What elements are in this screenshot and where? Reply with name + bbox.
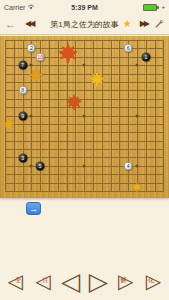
board-cell[interactable]: [155, 74, 164, 82]
board-cell[interactable]: [67, 166, 76, 174]
black-stone-move-9: 9: [18, 111, 27, 120]
board-cell[interactable]: [93, 132, 102, 140]
board-cell[interactable]: [128, 132, 137, 140]
board-cell[interactable]: [102, 141, 111, 149]
board-cell[interactable]: [31, 82, 40, 90]
board-cell[interactable]: [23, 99, 32, 107]
board-cell[interactable]: [146, 82, 155, 90]
board-cell[interactable]: [137, 90, 146, 98]
board-cell[interactable]: [58, 132, 67, 140]
next-variation-label: 化: [148, 276, 154, 285]
board-cell[interactable]: [14, 174, 23, 182]
board-cell[interactable]: [102, 57, 111, 65]
board-cell[interactable]: [155, 116, 164, 124]
board-cell[interactable]: [146, 183, 155, 191]
white-stone-move-10: 10: [36, 52, 45, 61]
board-cell[interactable]: [146, 107, 155, 115]
board-cell[interactable]: [155, 40, 164, 48]
board-cell[interactable]: [155, 141, 164, 149]
white-stone-move-6: 6: [124, 44, 133, 53]
board-cell[interactable]: [5, 107, 14, 115]
board-cell[interactable]: [49, 40, 58, 48]
board-cell[interactable]: [58, 124, 67, 132]
board-cell[interactable]: [111, 65, 120, 73]
board-cell[interactable]: [5, 141, 14, 149]
board-cell[interactable]: [128, 74, 137, 82]
board-cell[interactable]: [49, 99, 58, 107]
board-cell[interactable]: [155, 65, 164, 73]
board-cell[interactable]: [119, 99, 128, 107]
board-cell[interactable]: [40, 132, 49, 140]
board-cell[interactable]: [58, 183, 67, 191]
prev-variation-button[interactable]: ◁变: [4, 267, 28, 295]
board-cell[interactable]: [146, 40, 155, 48]
board-cell[interactable]: [93, 107, 102, 115]
next-annotation-button[interactable]: ▷解: [114, 267, 138, 295]
board-cell[interactable]: [119, 141, 128, 149]
board-cell[interactable]: [5, 149, 14, 157]
board-cell[interactable]: [67, 149, 76, 157]
board-cell[interactable]: [5, 90, 14, 98]
board-cell[interactable]: [75, 124, 84, 132]
board-grid[interactable]: 12345678910: [5, 40, 164, 192]
board-cell[interactable]: [49, 183, 58, 191]
board-cell[interactable]: [146, 124, 155, 132]
board-cell[interactable]: [58, 74, 67, 82]
fast-forward-to-end-button[interactable]: ▶▶: [140, 20, 148, 28]
board-cell[interactable]: [49, 74, 58, 82]
board-cell[interactable]: [31, 90, 40, 98]
board-cell[interactable]: [40, 183, 49, 191]
board-cell[interactable]: [5, 40, 14, 48]
board-cell[interactable]: [40, 174, 49, 182]
board-cell[interactable]: [75, 74, 84, 82]
board-cell[interactable]: [75, 82, 84, 90]
board-cell[interactable]: [128, 82, 137, 90]
board-cell[interactable]: [31, 132, 40, 140]
board-cell[interactable]: [40, 90, 49, 98]
board-cell[interactable]: [111, 132, 120, 140]
board-cell[interactable]: [93, 141, 102, 149]
board-cell[interactable]: [119, 124, 128, 132]
board-cell[interactable]: [58, 65, 67, 73]
nav-bar: ← ◀◀ 第1局之佐为的故事 ★ ▶▶: [0, 14, 169, 35]
board-cell[interactable]: [5, 65, 14, 73]
board-cell[interactable]: [49, 174, 58, 182]
white-stone-move-8: 8: [18, 86, 27, 95]
board-cell[interactable]: [14, 124, 23, 132]
board-cell[interactable]: [58, 149, 67, 157]
board-cell[interactable]: [75, 132, 84, 140]
board-cell[interactable]: [119, 90, 128, 98]
board-cell[interactable]: [58, 157, 67, 165]
board-cell[interactable]: [84, 99, 93, 107]
board-cell[interactable]: [49, 149, 58, 157]
board-cell[interactable]: [111, 157, 120, 165]
board-cell[interactable]: [155, 124, 164, 132]
board-cell[interactable]: [137, 149, 146, 157]
maple-leaf-decoration: [29, 68, 43, 82]
board-cell[interactable]: [75, 149, 84, 157]
board-cell[interactable]: [84, 116, 93, 124]
board-cell[interactable]: [146, 65, 155, 73]
board-cell[interactable]: [67, 82, 76, 90]
board-cell[interactable]: [23, 141, 32, 149]
board-cell[interactable]: [40, 40, 49, 48]
board-cell[interactable]: [155, 166, 164, 174]
board-cell[interactable]: [14, 166, 23, 174]
board-cell[interactable]: [14, 99, 23, 107]
board-cell[interactable]: [84, 48, 93, 56]
board-cell[interactable]: [67, 157, 76, 165]
maple-leaf-decoration: [58, 43, 78, 63]
board-cell[interactable]: [5, 174, 14, 182]
board-cell[interactable]: [93, 124, 102, 132]
board-cell[interactable]: [93, 149, 102, 157]
hoshi-point: [136, 64, 139, 67]
board-cell[interactable]: [5, 99, 14, 107]
board-cell[interactable]: [102, 107, 111, 115]
board-cell[interactable]: [5, 74, 14, 82]
hoshi-point: [30, 64, 33, 67]
board-cell[interactable]: [14, 74, 23, 82]
black-stone-move-3: 3: [18, 153, 27, 162]
next-move-button[interactable]: ▷: [86, 267, 110, 295]
board-cell[interactable]: [155, 174, 164, 182]
board-cell[interactable]: [31, 141, 40, 149]
board-cell[interactable]: [67, 132, 76, 140]
board-cell[interactable]: [102, 48, 111, 56]
maple-leaf-decoration: [66, 94, 82, 110]
board-cell[interactable]: [40, 116, 49, 124]
board-cell[interactable]: [111, 166, 120, 174]
board-cell[interactable]: [58, 174, 67, 182]
board-cell[interactable]: [31, 99, 40, 107]
board-cell[interactable]: [119, 132, 128, 140]
board-cell[interactable]: [84, 149, 93, 157]
board-cell[interactable]: [67, 74, 76, 82]
board-cell[interactable]: [155, 132, 164, 140]
board-cell[interactable]: [155, 48, 164, 56]
board-cell[interactable]: [128, 141, 137, 149]
board-cell[interactable]: [155, 149, 164, 157]
board-cell[interactable]: [84, 132, 93, 140]
board-cell[interactable]: [75, 141, 84, 149]
board-cell[interactable]: [40, 107, 49, 115]
board-cell[interactable]: [49, 141, 58, 149]
board-cell[interactable]: [128, 99, 137, 107]
black-stone-move-1: 1: [141, 52, 150, 61]
board-cell[interactable]: [119, 57, 128, 65]
board-cell[interactable]: [49, 116, 58, 124]
board-cell[interactable]: [40, 141, 49, 149]
board-cell[interactable]: [102, 116, 111, 124]
continue-arrow-button[interactable]: →: [26, 202, 41, 215]
board-cell[interactable]: [49, 82, 58, 90]
board-cell[interactable]: [102, 99, 111, 107]
board-cell[interactable]: [137, 124, 146, 132]
board-cell[interactable]: [155, 82, 164, 90]
board-cell[interactable]: [5, 57, 14, 65]
board-cell[interactable]: [31, 183, 40, 191]
board-cell[interactable]: [111, 90, 120, 98]
right-triangle-icon: ▷: [89, 269, 108, 294]
board-cell[interactable]: [5, 48, 14, 56]
black-stone-move-5: 5: [36, 162, 45, 171]
board-cell[interactable]: [137, 74, 146, 82]
board-cell[interactable]: [102, 149, 111, 157]
maple-leaf-decoration: [132, 182, 142, 192]
prev-move-button[interactable]: ◁: [59, 267, 83, 295]
board-cell[interactable]: [93, 157, 102, 165]
board-cell[interactable]: [119, 183, 128, 191]
board-cell[interactable]: [119, 107, 128, 115]
board-cell[interactable]: [75, 174, 84, 182]
board-cell[interactable]: [49, 57, 58, 65]
hoshi-point: [30, 165, 33, 168]
board-cell[interactable]: [128, 90, 137, 98]
go-board[interactable]: 12345678910: [0, 36, 169, 198]
board-cell[interactable]: [5, 132, 14, 140]
board-cell[interactable]: [111, 116, 120, 124]
board-cell[interactable]: [49, 157, 58, 165]
board-cell[interactable]: [31, 116, 40, 124]
board-cell[interactable]: [137, 99, 146, 107]
board-cell[interactable]: [84, 183, 93, 191]
board-cell[interactable]: [128, 149, 137, 157]
board-cell[interactable]: [119, 116, 128, 124]
charging-indicator: +: [161, 4, 165, 10]
board-cell[interactable]: [146, 90, 155, 98]
prev-annotation-button[interactable]: ◁注: [31, 267, 55, 295]
board-cell[interactable]: [93, 99, 102, 107]
board-cell[interactable]: [84, 90, 93, 98]
board-cell[interactable]: [58, 116, 67, 124]
board-cell[interactable]: [119, 82, 128, 90]
board-cell[interactable]: [23, 174, 32, 182]
board-cell[interactable]: [146, 99, 155, 107]
board-cell[interactable]: [137, 40, 146, 48]
board-cell[interactable]: [58, 141, 67, 149]
board-cell[interactable]: [14, 40, 23, 48]
status-bar: Carrier 5:39 PM +: [0, 0, 169, 14]
board-cell[interactable]: [49, 124, 58, 132]
board-cell[interactable]: [67, 116, 76, 124]
prev-annotation-label: 注: [43, 276, 49, 285]
board-cell[interactable]: [137, 166, 146, 174]
board-cell[interactable]: [93, 166, 102, 174]
board-cell[interactable]: [102, 157, 111, 165]
board-cell[interactable]: [40, 124, 49, 132]
board-cell[interactable]: [128, 124, 137, 132]
board-cell[interactable]: [93, 48, 102, 56]
board-cell[interactable]: [84, 166, 93, 174]
board-cell[interactable]: [84, 174, 93, 182]
board-cell[interactable]: [102, 124, 111, 132]
board-cell[interactable]: [155, 57, 164, 65]
prev-variation-label: 变: [15, 276, 21, 285]
board-cell[interactable]: [23, 124, 32, 132]
board-cell[interactable]: [75, 183, 84, 191]
board-cell[interactable]: [111, 48, 120, 56]
board-cell[interactable]: [49, 90, 58, 98]
board-cell[interactable]: [111, 82, 120, 90]
board-cell[interactable]: [111, 183, 120, 191]
board-cell[interactable]: [5, 82, 14, 90]
board-cell[interactable]: [31, 124, 40, 132]
board-cell[interactable]: [14, 141, 23, 149]
board-cell[interactable]: [137, 141, 146, 149]
hoshi-point: [136, 114, 139, 117]
board-cell[interactable]: [49, 65, 58, 73]
maple-leaf-decoration: [89, 71, 105, 87]
board-cell[interactable]: [111, 40, 120, 48]
board-cell[interactable]: [119, 149, 128, 157]
board-cell[interactable]: [119, 65, 128, 73]
board-cell[interactable]: [67, 141, 76, 149]
board-cell[interactable]: [5, 157, 14, 165]
board-cell[interactable]: [14, 132, 23, 140]
board-cell[interactable]: [14, 48, 23, 56]
board-cell[interactable]: [146, 166, 155, 174]
board-cell[interactable]: [137, 65, 146, 73]
board-cell[interactable]: [146, 74, 155, 82]
board-cell[interactable]: [146, 132, 155, 140]
board-cell[interactable]: [84, 141, 93, 149]
board-cell[interactable]: [93, 183, 102, 191]
board-cell[interactable]: [111, 74, 120, 82]
board-cell[interactable]: [102, 183, 111, 191]
black-stone-move-7: 7: [18, 61, 27, 70]
app-window: Carrier 5:39 PM + ← ◀◀ 第1局之佐为的故事 ★ ▶▶: [0, 0, 169, 300]
board-cell[interactable]: [67, 174, 76, 182]
board-cell[interactable]: [5, 166, 14, 174]
hoshi-point: [136, 165, 139, 168]
board-cell[interactable]: [84, 40, 93, 48]
white-stone-move-2: 2: [27, 44, 36, 53]
board-cell[interactable]: [40, 82, 49, 90]
board-cell[interactable]: [111, 174, 120, 182]
board-cell[interactable]: [137, 116, 146, 124]
board-cell[interactable]: [93, 116, 102, 124]
hoshi-point: [83, 114, 86, 117]
board-cell[interactable]: [111, 107, 120, 115]
board-cell[interactable]: [58, 166, 67, 174]
board-cell[interactable]: [111, 57, 120, 65]
board-cell[interactable]: [146, 116, 155, 124]
board-cell[interactable]: [146, 141, 155, 149]
board-cell[interactable]: [93, 174, 102, 182]
board-cell[interactable]: [23, 183, 32, 191]
board-cell[interactable]: [40, 99, 49, 107]
bottom-toolbar: ◁变◁注◁▷▷解▷化: [0, 266, 169, 296]
board-cell[interactable]: [102, 40, 111, 48]
board-cell[interactable]: [155, 107, 164, 115]
board-cell[interactable]: [102, 132, 111, 140]
board-cell[interactable]: [111, 124, 120, 132]
back-button[interactable]: ←: [5, 19, 16, 30]
board-cell[interactable]: [49, 48, 58, 56]
board-cell[interactable]: [14, 183, 23, 191]
board-cell[interactable]: [146, 149, 155, 157]
board-cell[interactable]: [111, 149, 120, 157]
board-cell[interactable]: [111, 141, 120, 149]
board-cell[interactable]: [155, 99, 164, 107]
favorite-star-button[interactable]: ★: [123, 19, 132, 29]
board-cell[interactable]: [49, 107, 58, 115]
board-cell[interactable]: [93, 57, 102, 65]
board-cell[interactable]: [119, 74, 128, 82]
board-cell[interactable]: [31, 149, 40, 157]
hoshi-point: [83, 64, 86, 67]
next-annotation-label: 解: [120, 276, 126, 285]
board-cell[interactable]: [49, 166, 58, 174]
board-cell[interactable]: [146, 157, 155, 165]
battery-icon: [143, 4, 157, 11]
board-cell[interactable]: [102, 174, 111, 182]
board-cell[interactable]: [67, 183, 76, 191]
board-cell[interactable]: [5, 183, 14, 191]
left-triangle-icon: ◁: [61, 269, 80, 294]
board-cell[interactable]: [137, 82, 146, 90]
tools-wrench-button[interactable]: [154, 19, 164, 29]
board-cell[interactable]: [102, 166, 111, 174]
board-cell[interactable]: [84, 124, 93, 132]
board-cell[interactable]: [119, 174, 128, 182]
board-cell[interactable]: [67, 124, 76, 132]
board-cell[interactable]: [146, 174, 155, 182]
rewind-to-start-button[interactable]: ◀◀: [25, 20, 33, 28]
board-cell[interactable]: [102, 90, 111, 98]
board-cell[interactable]: [23, 132, 32, 140]
board-cell[interactable]: [67, 65, 76, 73]
board-cell[interactable]: [155, 90, 164, 98]
hoshi-point: [83, 165, 86, 168]
hoshi-point: [30, 114, 33, 117]
board-cell[interactable]: [49, 132, 58, 140]
board-cell[interactable]: [137, 132, 146, 140]
board-cell[interactable]: [111, 99, 120, 107]
board-cell[interactable]: [155, 183, 164, 191]
board-cell[interactable]: [93, 40, 102, 48]
board-cell[interactable]: [58, 82, 67, 90]
board-cell[interactable]: [40, 149, 49, 157]
white-stone-move-4: 4: [124, 162, 133, 171]
next-variation-button[interactable]: ▷化: [141, 267, 165, 295]
maple-leaf-decoration: [3, 118, 15, 130]
board-cell[interactable]: [93, 90, 102, 98]
board-cell[interactable]: [155, 157, 164, 165]
board-cell[interactable]: [31, 174, 40, 182]
